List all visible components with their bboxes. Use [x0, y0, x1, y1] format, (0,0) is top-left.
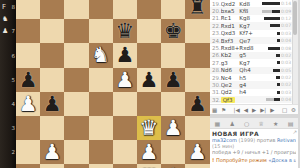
- square-h4[interactable]: ♟: [185, 92, 209, 116]
- square-f1[interactable]: ♜: [137, 164, 161, 168]
- expand-icon[interactable]: ↗: [292, 129, 297, 135]
- move-time: 0:02: [280, 82, 292, 87]
- black-move[interactable]: h5: [239, 75, 258, 81]
- square-g5[interactable]: ♟: [161, 68, 185, 92]
- move-number: 31.: [210, 89, 221, 95]
- rank-label-5: 5: [5, 77, 15, 83]
- square-b1[interactable]: [40, 164, 64, 168]
- square-b2[interactable]: ♟: [40, 140, 64, 164]
- time-bar: [258, 39, 280, 42]
- square-a4[interactable]: ♟: [16, 92, 40, 116]
- white-p-piece: ♟: [161, 116, 185, 140]
- black-move[interactable]: Kd8: [239, 1, 258, 7]
- black-p-piece: ♟: [185, 92, 209, 116]
- square-e1[interactable]: [113, 164, 137, 168]
- move-number: 25.: [210, 45, 221, 51]
- playback-toolbar: ▦⚑|◀◀▶▶|▶□⚙: [210, 104, 298, 114]
- square-b3[interactable]: [40, 116, 64, 140]
- tab-tournaments[interactable]: ♕: [259, 120, 264, 127]
- white-move[interactable]: Nd6: [221, 67, 232, 73]
- knight-icon: ♞: [2, 16, 8, 23]
- move-number: 26.: [210, 52, 221, 58]
- move-time: 0:05: [280, 68, 292, 73]
- move-row-21[interactable]: 21.Rc1Kg80:12: [210, 15, 292, 22]
- move-time: 0:03: [280, 31, 292, 36]
- white-move[interactable]: Qxd2: [221, 1, 236, 7]
- move-time: 0:04: [280, 97, 292, 102]
- move-time: 0:07: [280, 23, 292, 28]
- move-row-31[interactable]: 31.Qd2h40:03: [210, 89, 292, 96]
- square-a7[interactable]: [16, 19, 40, 43]
- white-p-piece: ♟: [40, 140, 64, 164]
- rank-label-4: 4: [5, 101, 15, 107]
- white-move[interactable]: Nc4: [221, 75, 232, 81]
- square-d5[interactable]: [89, 68, 113, 92]
- move-row-28[interactable]: 28.Nd6Qh40:05: [210, 67, 292, 74]
- move-row-29[interactable]: 29.Nc4h50:02: [210, 74, 292, 81]
- move-time: 0:02: [280, 75, 292, 80]
- white-move[interactable]: Rxd1: [221, 23, 235, 29]
- move-number: 29.: [210, 75, 221, 81]
- square-b8[interactable]: [40, 0, 64, 19]
- black-move[interactable]: Rxd8: [239, 45, 258, 51]
- move-number: 19.: [210, 1, 221, 7]
- black-move[interactable]: h4: [239, 89, 258, 95]
- square-b6[interactable]: [40, 43, 64, 67]
- move-row-24[interactable]: 24.Bxf3Qe70:04: [210, 37, 292, 44]
- time-bar: [258, 47, 280, 50]
- move-time: 0:03: [280, 90, 292, 95]
- time-bar: [258, 54, 280, 57]
- rank-label-7: 7: [5, 28, 15, 34]
- white-n-piece: ♞: [89, 43, 113, 67]
- new-game-panel: ▦♟○♕★▤ НОВАЯ ИГРА ↗ ma32com (1999) проти…: [210, 118, 298, 168]
- move-number: 27.: [210, 60, 221, 66]
- square-b7[interactable]: [40, 19, 64, 43]
- rank-label-3: 3: [5, 125, 15, 131]
- square-c6[interactable]: [64, 43, 88, 67]
- square-h2[interactable]: ♟: [185, 140, 209, 164]
- move-row-23[interactable]: 23.Qxd3Kf7+0:03: [210, 30, 292, 37]
- square-b5[interactable]: [40, 68, 64, 92]
- chess-board[interactable]: ♜♛♚♞♟♟♟♟♟♟♟♟♛♟♟♟♟♜♚: [16, 0, 210, 168]
- white-move[interactable]: Qe2: [221, 82, 232, 88]
- square-g8[interactable]: [161, 0, 185, 19]
- white-move[interactable]: Kb2: [221, 52, 232, 58]
- right-panel: 19.Qxd2Kd80:1420.bxa5Kf80:0921.Rc1Kg80:1…: [210, 0, 300, 168]
- rank-label-2: 2: [5, 149, 15, 155]
- move-number: 23.: [210, 30, 221, 36]
- move-list[interactable]: 19.Qxd2Kd80:1420.bxa5Kf80:0921.Rc1Kg80:1…: [210, 0, 292, 104]
- square-c3[interactable]: [64, 116, 88, 140]
- square-a2[interactable]: [16, 140, 40, 164]
- move-number: 30.: [210, 82, 221, 88]
- move-row-27[interactable]: 27.g3Kg70:03: [210, 59, 292, 66]
- time-bar: [258, 17, 280, 20]
- move-row-26[interactable]: 26.Kb2g50:02: [210, 52, 292, 59]
- black-p-piece: ♟: [137, 68, 161, 92]
- square-f5[interactable]: ♟: [137, 68, 161, 92]
- panel-body: НОВАЯ ИГРА ↗ ma32com (1999) против Retiv…: [210, 129, 298, 164]
- move-row-19[interactable]: 19.Qxd2Kd80:14: [210, 0, 292, 7]
- time-bar: [258, 91, 280, 94]
- square-e6[interactable]: ♟: [113, 43, 137, 67]
- move-row-32[interactable]: 32.Qf30:04: [210, 96, 292, 103]
- tab-new-game[interactable]: ▦: [215, 120, 221, 127]
- white-move[interactable]: Bxf3: [221, 38, 233, 44]
- warning-icon: !: [212, 157, 214, 163]
- white-p-piece: ♟: [137, 140, 161, 164]
- window-icon[interactable]: □: [280, 106, 289, 114]
- white-player-rating: (1999): [239, 137, 256, 143]
- rank-label-8: 8: [5, 4, 15, 10]
- square-f8[interactable]: [137, 0, 161, 19]
- move-time: 0:04: [280, 38, 292, 43]
- tip-line: ! Попробуйте режим «Доска в центре»: [212, 157, 296, 163]
- panel-tab-strip: ▦♟○♕★▤: [210, 118, 298, 129]
- black-p-piece: ♟: [16, 68, 40, 92]
- square-c8[interactable]: [64, 0, 88, 19]
- black-player-link[interactable]: Retivanandan: [277, 137, 296, 143]
- square-d1[interactable]: [89, 164, 113, 168]
- move-number: 22.: [210, 23, 221, 29]
- play-button[interactable]: ▶: [268, 106, 276, 114]
- next-move-button[interactable]: ▶: [250, 106, 258, 114]
- square-h8[interactable]: ♜: [185, 0, 209, 19]
- square-d7[interactable]: [89, 19, 113, 43]
- white-move[interactable]: Qf3: [221, 97, 235, 103]
- tab-players[interactable]: ○: [244, 120, 249, 127]
- square-h1[interactable]: [185, 164, 209, 168]
- black-p-piece: ♟: [113, 43, 137, 67]
- time-bar: [258, 10, 280, 13]
- black-move[interactable]: Kf8: [239, 8, 258, 14]
- square-g7[interactable]: ♚: [161, 19, 185, 43]
- black-k-piece: ♚: [161, 19, 185, 43]
- square-h7[interactable]: [185, 19, 209, 43]
- white-p-piece: ♟: [16, 92, 40, 116]
- move-row-22[interactable]: 22.Rxd1Kg70:07: [210, 22, 292, 29]
- time-bar: [258, 76, 280, 79]
- settings-gear-icon[interactable]: ⚙: [289, 106, 298, 114]
- black-move[interactable]: Qe7: [239, 38, 258, 44]
- square-e5[interactable]: ♟: [113, 68, 137, 92]
- square-h6[interactable]: [185, 43, 209, 67]
- chess-app-screen: F♞♟8765432 ♜♛♚♞♟♟♟♟♟♟♟♟♛♟♟♟♟♜♚ 19.Qxd2Kd…: [0, 0, 300, 168]
- white-p-piece: ♟: [113, 68, 137, 92]
- time-bar: [258, 69, 280, 72]
- black-move[interactable]: Kf7+: [239, 30, 258, 36]
- black-move[interactable]: Qh4: [239, 67, 258, 73]
- move-time: 0:09: [280, 9, 292, 14]
- white-move[interactable]: Qd2: [221, 89, 232, 95]
- square-f4[interactable]: [137, 92, 161, 116]
- square-e3[interactable]: [113, 116, 137, 140]
- white-q-piece: ♛: [137, 116, 161, 140]
- tab-stats[interactable]: ▤: [288, 120, 294, 127]
- square-d8[interactable]: [89, 0, 113, 19]
- square-f6[interactable]: [137, 43, 161, 67]
- tip-link[interactable]: «Доска в центре»: [268, 157, 296, 163]
- time-bar: [258, 61, 280, 64]
- black-p-piece: ♟: [40, 92, 64, 116]
- square-d6[interactable]: ♞: [89, 43, 113, 67]
- square-c4[interactable]: [64, 92, 88, 116]
- square-d4[interactable]: [89, 92, 113, 116]
- panel-title: НОВАЯ ИГРА: [212, 130, 296, 137]
- square-g1[interactable]: ♚: [161, 164, 185, 168]
- time-bar: [258, 83, 280, 86]
- square-e4[interactable]: [113, 92, 137, 116]
- square-g2[interactable]: [161, 140, 185, 164]
- square-b4[interactable]: ♟: [40, 92, 64, 116]
- square-f7[interactable]: [137, 19, 161, 43]
- first-move-button[interactable]: |◀: [232, 106, 242, 114]
- black-move[interactable]: Kg7: [239, 23, 258, 29]
- move-number: 28.: [210, 67, 221, 73]
- prev-move-button[interactable]: ◀: [242, 106, 250, 114]
- black-q-piece: ♛: [113, 19, 137, 43]
- move-row-25[interactable]: 25.Rxd8+Rxd80:08: [210, 44, 292, 51]
- black-r-piece: ♜: [185, 0, 209, 19]
- square-h3[interactable]: [185, 116, 209, 140]
- move-row-30[interactable]: 30.Qe2g40:02: [210, 81, 292, 88]
- square-a3[interactable]: [16, 116, 40, 140]
- move-time: 0:08: [280, 46, 292, 51]
- tab-events[interactable]: ★: [273, 120, 278, 127]
- square-e7[interactable]: ♛: [113, 19, 137, 43]
- square-c1[interactable]: [64, 164, 88, 168]
- move-number: 20.: [210, 8, 221, 14]
- black-move[interactable]: Kg8: [239, 15, 258, 21]
- time-bar: [258, 98, 280, 101]
- tab-games[interactable]: ♟: [229, 120, 234, 127]
- black-move[interactable]: Kg7: [239, 60, 258, 66]
- square-f2[interactable]: ♟: [137, 140, 161, 164]
- move-time: 0:14: [280, 1, 292, 6]
- square-g3[interactable]: ♟: [161, 116, 185, 140]
- move-list-scrollbar[interactable]: [293, 0, 298, 104]
- move-time: 0:12: [280, 16, 292, 21]
- rank-label-6: 6: [5, 53, 15, 59]
- move-row-20[interactable]: 20.bxa5Kf80:09: [210, 7, 292, 14]
- flag-icon[interactable]: ⚑: [219, 106, 228, 114]
- white-move[interactable]: g3: [221, 60, 228, 66]
- square-a1[interactable]: [16, 164, 40, 168]
- square-c7[interactable]: [64, 19, 88, 43]
- move-number: 21.: [210, 15, 221, 21]
- square-a6[interactable]: [16, 43, 40, 67]
- square-a8[interactable]: [16, 0, 40, 19]
- black-p-piece: ♟: [161, 68, 185, 92]
- move-time: 0:02: [280, 53, 292, 58]
- square-c2[interactable]: [64, 140, 88, 164]
- time-bar: [258, 24, 280, 27]
- white-r-piece: ♜: [137, 164, 161, 168]
- time-bar: [258, 2, 280, 5]
- square-c5[interactable]: [64, 68, 88, 92]
- square-f3[interactable]: ♛: [137, 116, 161, 140]
- square-a5[interactable]: ♟: [16, 68, 40, 92]
- square-h5[interactable]: [185, 68, 209, 92]
- black-move[interactable]: g5: [239, 52, 258, 58]
- last-move-button[interactable]: ▶|: [258, 106, 268, 114]
- white-move[interactable]: Rxd8+: [221, 45, 240, 51]
- scrollbar-thumb[interactable]: [293, 1, 297, 35]
- move-time: 0:03: [280, 60, 292, 65]
- move-number: 32.: [210, 97, 221, 103]
- white-k-piece: ♚: [161, 164, 185, 168]
- white-move[interactable]: Rc1: [221, 15, 231, 21]
- square-d2[interactable]: [89, 140, 113, 164]
- rating-change-line: победа +9 / ничья +1 / проигрыш -7: [212, 149, 296, 155]
- left-sidebar-strip: F♞♟8765432: [0, 0, 16, 168]
- square-g4[interactable]: [161, 92, 185, 116]
- square-g6[interactable]: [161, 43, 185, 67]
- white-p-piece: ♟: [185, 140, 209, 164]
- square-d3[interactable]: [89, 116, 113, 140]
- black-move[interactable]: g4: [239, 82, 258, 88]
- white-move[interactable]: Qxd3: [221, 30, 236, 36]
- board-layout-icon[interactable]: ▦: [210, 106, 219, 114]
- white-move[interactable]: bxa5: [221, 8, 235, 14]
- square-e8[interactable]: [113, 0, 137, 19]
- time-bar: [258, 32, 280, 35]
- versus-label: против: [257, 137, 276, 143]
- tip-text: Попробуйте режим: [216, 157, 267, 163]
- square-e2[interactable]: [113, 140, 137, 164]
- move-number: 24.: [210, 38, 221, 44]
